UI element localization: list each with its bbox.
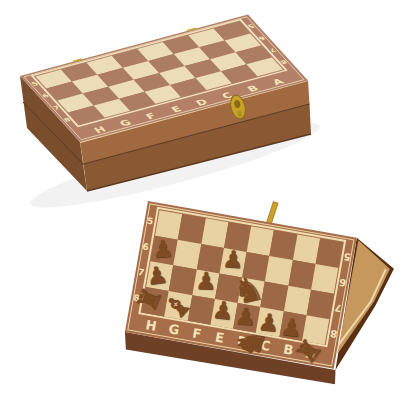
square-open-a5 [315,238,342,268]
closed-chess-box: HGFEDCBA55667788 [0,0,340,215]
product-photo-chess-set: HGFEDCBA55667788 HGFEDCBA556 [0,0,416,416]
piece-brown-pawn-e8: ♟ [212,298,236,324]
piece-brown-pawn-f7: ♟ [195,269,217,294]
piece-brown-pawn-h7: ♟ [144,262,169,289]
square-open-a7 [306,290,333,320]
file-label-h: H [145,318,158,333]
open-chess-board: HGFEDCBA55667788♟♟♟♟♞♜♝♟♟♟♟♞♜ [125,201,357,369]
piece-brown-pawn-h6: ♟ [151,237,174,262]
piece-brown-pawn-e6: ♟ [222,247,245,272]
square-open-a6 [311,264,338,294]
